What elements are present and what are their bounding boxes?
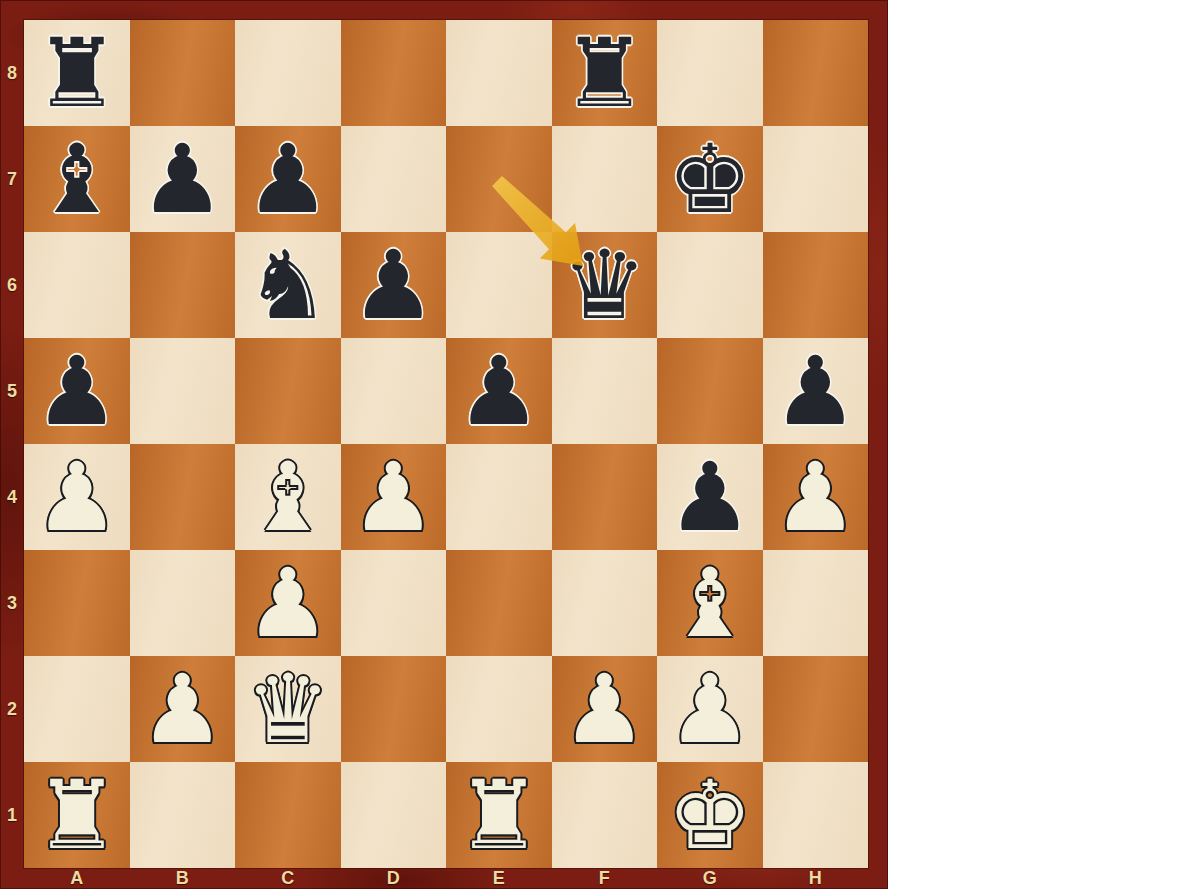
square-b8[interactable] (130, 20, 236, 126)
white-rook-e1[interactable]: ♜ (456, 768, 541, 863)
white-bishop-g3[interactable]: ♝ (667, 556, 752, 651)
square-c1[interactable] (235, 762, 341, 868)
black-bishop-a7[interactable]: ♝ (34, 132, 119, 227)
white-pawn-f2[interactable]: ♟ (562, 662, 647, 757)
black-pawn-c7[interactable]: ♟ (245, 132, 330, 227)
square-g5[interactable] (657, 338, 763, 444)
square-b4[interactable] (130, 444, 236, 550)
square-g8[interactable] (657, 20, 763, 126)
square-a5[interactable]: ♟ (24, 338, 130, 444)
square-b2[interactable]: ♟ (130, 656, 236, 762)
file-label-g: G (657, 868, 763, 889)
square-d7[interactable] (341, 126, 447, 232)
square-b7[interactable]: ♟ (130, 126, 236, 232)
rank-label-2: 2 (0, 656, 24, 762)
square-a8[interactable]: ♜ (24, 20, 130, 126)
black-pawn-g4[interactable]: ♟ (667, 450, 752, 545)
square-d6[interactable]: ♟ (341, 232, 447, 338)
square-e6[interactable] (446, 232, 552, 338)
square-g2[interactable]: ♟ (657, 656, 763, 762)
white-queen-c2[interactable]: ♛ (245, 662, 330, 757)
white-king-g1[interactable]: ♚ (667, 768, 752, 863)
square-f2[interactable]: ♟ (552, 656, 658, 762)
square-b3[interactable] (130, 550, 236, 656)
chessboard-frame: ♜♜♝♟♟♚♞♟♛♟♟♟♟♝♟♟♟♟♝♟♛♟♟♜♜♚ 87654321 ABCD… (0, 0, 888, 889)
square-a4[interactable]: ♟ (24, 444, 130, 550)
black-pawn-b7[interactable]: ♟ (140, 132, 225, 227)
square-c4[interactable]: ♝ (235, 444, 341, 550)
black-rook-a8[interactable]: ♜ (34, 26, 119, 121)
white-rook-a1[interactable]: ♜ (34, 768, 119, 863)
square-h3[interactable] (763, 550, 869, 656)
white-pawn-a4[interactable]: ♟ (34, 450, 119, 545)
square-a2[interactable] (24, 656, 130, 762)
file-label-e: E (446, 868, 552, 889)
file-label-d: D (341, 868, 447, 889)
square-d3[interactable] (341, 550, 447, 656)
white-pawn-g2[interactable]: ♟ (667, 662, 752, 757)
black-pawn-a5[interactable]: ♟ (34, 344, 119, 439)
rank-label-8: 8 (0, 20, 24, 126)
white-pawn-c3[interactable]: ♟ (245, 556, 330, 651)
rank-label-5: 5 (0, 338, 24, 444)
square-c5[interactable] (235, 338, 341, 444)
square-e4[interactable] (446, 444, 552, 550)
file-label-c: C (235, 868, 341, 889)
square-b5[interactable] (130, 338, 236, 444)
square-f5[interactable] (552, 338, 658, 444)
rank-label-7: 7 (0, 126, 24, 232)
square-g7[interactable]: ♚ (657, 126, 763, 232)
square-c7[interactable]: ♟ (235, 126, 341, 232)
chessboard: ♜♜♝♟♟♚♞♟♛♟♟♟♟♝♟♟♟♟♝♟♛♟♟♜♜♚ (24, 20, 868, 868)
square-e8[interactable] (446, 20, 552, 126)
black-pawn-e5[interactable]: ♟ (456, 344, 541, 439)
file-label-h: H (763, 868, 869, 889)
white-bishop-c4[interactable]: ♝ (245, 450, 330, 545)
screenshot-canvas: ♜♜♝♟♟♚♞♟♛♟♟♟♟♝♟♟♟♟♝♟♛♟♟♜♜♚ 87654321 ABCD… (0, 0, 1200, 889)
square-f3[interactable] (552, 550, 658, 656)
square-c8[interactable] (235, 20, 341, 126)
square-h4[interactable]: ♟ (763, 444, 869, 550)
white-pawn-d4[interactable]: ♟ (351, 450, 436, 545)
square-a6[interactable] (24, 232, 130, 338)
white-pawn-b2[interactable]: ♟ (140, 662, 225, 757)
file-label-f: F (552, 868, 658, 889)
file-label-b: B (130, 868, 236, 889)
file-label-a: A (24, 868, 130, 889)
square-e5[interactable]: ♟ (446, 338, 552, 444)
square-f6[interactable]: ♛ (552, 232, 658, 338)
square-h5[interactable]: ♟ (763, 338, 869, 444)
square-b1[interactable] (130, 762, 236, 868)
square-h1[interactable] (763, 762, 869, 868)
rank-label-1: 1 (0, 762, 24, 868)
black-king-g7[interactable]: ♚ (667, 132, 752, 227)
square-c6[interactable]: ♞ (235, 232, 341, 338)
square-f8[interactable]: ♜ (552, 20, 658, 126)
square-d8[interactable] (341, 20, 447, 126)
square-g1[interactable]: ♚ (657, 762, 763, 868)
rank-label-4: 4 (0, 444, 24, 550)
square-e7[interactable] (446, 126, 552, 232)
black-pawn-h5[interactable]: ♟ (773, 344, 858, 439)
square-d4[interactable]: ♟ (341, 444, 447, 550)
square-e2[interactable] (446, 656, 552, 762)
square-e3[interactable] (446, 550, 552, 656)
square-d5[interactable] (341, 338, 447, 444)
square-e1[interactable]: ♜ (446, 762, 552, 868)
square-c3[interactable]: ♟ (235, 550, 341, 656)
black-queen-f6[interactable]: ♛ (562, 238, 647, 333)
white-pawn-h4[interactable]: ♟ (773, 450, 858, 545)
square-d2[interactable] (341, 656, 447, 762)
square-d1[interactable] (341, 762, 447, 868)
square-h2[interactable] (763, 656, 869, 762)
square-b6[interactable] (130, 232, 236, 338)
square-f1[interactable] (552, 762, 658, 868)
square-f4[interactable] (552, 444, 658, 550)
square-g6[interactable] (657, 232, 763, 338)
square-a3[interactable] (24, 550, 130, 656)
square-h6[interactable] (763, 232, 869, 338)
square-a7[interactable]: ♝ (24, 126, 130, 232)
square-h7[interactable] (763, 126, 869, 232)
square-g4[interactable]: ♟ (657, 444, 763, 550)
black-pawn-d6[interactable]: ♟ (351, 238, 436, 333)
square-c2[interactable]: ♛ (235, 656, 341, 762)
black-knight-c6[interactable]: ♞ (245, 238, 330, 333)
rank-label-6: 6 (0, 232, 24, 338)
black-rook-f8[interactable]: ♜ (562, 26, 647, 121)
right-whitespace (888, 0, 1200, 889)
square-f7[interactable] (552, 126, 658, 232)
rank-label-3: 3 (0, 550, 24, 656)
square-g3[interactable]: ♝ (657, 550, 763, 656)
square-h8[interactable] (763, 20, 869, 126)
square-a1[interactable]: ♜ (24, 762, 130, 868)
